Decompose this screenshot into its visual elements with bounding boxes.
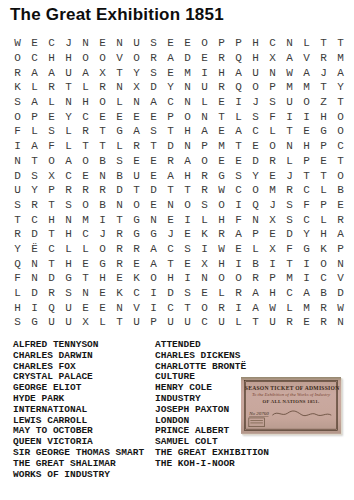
grid-cell: E <box>77 256 94 271</box>
grid-cell: O <box>94 51 111 66</box>
grid-cell: I <box>230 198 247 213</box>
grid-cell: L <box>298 36 315 51</box>
grid-cell: T <box>94 124 111 139</box>
grid-cell: A <box>162 51 179 66</box>
grid-cell: R <box>128 139 145 154</box>
grid-cell: S <box>145 65 162 80</box>
grid-cell: U <box>247 65 264 80</box>
grid-cell: E <box>111 109 128 124</box>
grid-cell: T <box>179 300 196 315</box>
grid-cell: R <box>94 80 111 95</box>
grid-cell: L <box>196 95 213 110</box>
grid-cell: N <box>111 198 128 213</box>
grid-cell: I <box>230 95 247 110</box>
grid-cell: T <box>9 212 26 227</box>
grid-cell: O <box>9 109 26 124</box>
grid-cell: K <box>9 80 26 95</box>
grid-cell: N <box>179 80 196 95</box>
grid-cell: E <box>298 124 315 139</box>
grid-cell: V <box>332 271 349 286</box>
grid-cell: L <box>247 242 264 257</box>
grid-cell: I <box>196 65 213 80</box>
grid-cell: C <box>26 212 43 227</box>
grid-cell: Z <box>315 95 332 110</box>
grid-cell: E <box>128 256 145 271</box>
grid-cell: N <box>77 286 94 301</box>
grid-cell: L <box>77 80 94 95</box>
grid-cell: T <box>111 212 128 227</box>
grid-cell: E <box>128 154 145 169</box>
ticket-subheading: To the Exhibition of the Works of Indust… <box>245 392 338 398</box>
grid-cell: W <box>264 300 281 315</box>
grid-cell: P <box>332 242 349 257</box>
grid-cell: T <box>281 256 298 271</box>
grid-cell: S <box>230 168 247 183</box>
grid-cell: A <box>162 168 179 183</box>
grid-cell: F <box>9 271 26 286</box>
grid-cell: U <box>60 65 77 80</box>
grid-cell: C <box>77 109 94 124</box>
ticket-border-frame: SEASON TICKET OF ADMISSION To the Exhibi… <box>244 380 338 431</box>
grid-cell: C <box>298 183 315 198</box>
grid-cell: E <box>94 286 111 301</box>
grid-cell: L <box>26 124 43 139</box>
grid-cell: H <box>43 212 60 227</box>
grid-cell: R <box>128 242 145 257</box>
grid-cell: J <box>60 36 77 51</box>
grid-cell: E <box>145 168 162 183</box>
grid-cell: N <box>145 212 162 227</box>
grid-cell: P <box>162 109 179 124</box>
grid-cell: N <box>332 315 349 330</box>
grid-cell: V <box>128 300 145 315</box>
grid-cell: C <box>26 51 43 66</box>
grid-cell: X <box>264 242 281 257</box>
grid-cell: X <box>264 212 281 227</box>
grid-cell: M <box>77 212 94 227</box>
grid-cell: D <box>179 51 196 66</box>
grid-cell: L <box>111 95 128 110</box>
grid-cell: L <box>9 286 26 301</box>
ticket-heading: SEASON TICKET OF ADMISSION <box>245 385 338 391</box>
grid-cell: I <box>145 286 162 301</box>
grid-cell: C <box>128 286 145 301</box>
grid-cell: O <box>128 51 145 66</box>
grid-cell: R <box>60 183 77 198</box>
grid-cell: C <box>43 36 60 51</box>
grid-cell: H <box>179 124 196 139</box>
grid-cell: U <box>128 315 145 330</box>
grid-cell: U <box>128 36 145 51</box>
grid-cell: D <box>43 271 60 286</box>
grid-cell: R <box>77 124 94 139</box>
grid-cell: K <box>315 242 332 257</box>
grid-cell: B <box>247 256 264 271</box>
grid-cell: N <box>196 109 213 124</box>
grid-cell: I <box>26 300 43 315</box>
grid-cell: A <box>247 300 264 315</box>
grid-cell: T <box>94 139 111 154</box>
grid-cell: D <box>26 286 43 301</box>
grid-cell: N <box>281 36 298 51</box>
grid-cell: J <box>315 65 332 80</box>
grid-cell: D <box>332 286 349 301</box>
grid-cell: R <box>9 227 26 242</box>
grid-cell: S <box>9 95 26 110</box>
grid-cell: T <box>179 183 196 198</box>
grid-cell: L <box>264 124 281 139</box>
grid-cell: N <box>196 271 213 286</box>
grid-cell: O <box>77 51 94 66</box>
grid-cell: W <box>9 36 26 51</box>
grid-cell: E <box>213 124 230 139</box>
grid-cell: P <box>315 198 332 213</box>
grid-cell: F <box>264 109 281 124</box>
grid-cell: C <box>43 242 60 257</box>
grid-cell: U <box>128 168 145 183</box>
word-search-worksheet: The Great Exhibition 1851 WECJNENUSEEOPP… <box>0 0 354 500</box>
grid-cell: O <box>145 271 162 286</box>
grid-cell: E <box>230 154 247 169</box>
grid-cell: N <box>128 95 145 110</box>
grid-cell: H <box>315 109 332 124</box>
grid-cell: M <box>213 139 230 154</box>
grid-cell: K <box>128 271 145 286</box>
grid-cell: A <box>179 154 196 169</box>
grid-cell: D <box>9 168 26 183</box>
grid-cell: I <box>298 271 315 286</box>
grid-cell: G <box>111 124 128 139</box>
grid-cell: R <box>94 183 111 198</box>
grid-cell: E <box>315 154 332 169</box>
grid-cell: Y <box>128 65 145 80</box>
grid-cell: H <box>43 51 60 66</box>
grid-cell: C <box>60 168 77 183</box>
grid-cell: A <box>332 65 349 80</box>
grid-cell: U <box>9 183 26 198</box>
grid-cell: S <box>179 242 196 257</box>
grid-cell: J <box>281 168 298 183</box>
grid-cell: T <box>26 154 43 169</box>
grid-cell: L <box>43 95 60 110</box>
grid-cell: E <box>332 198 349 213</box>
grid-cell: A <box>230 65 247 80</box>
grid-cell: M <box>332 51 349 66</box>
grid-cell: T <box>145 139 162 154</box>
grid-cell: R <box>196 183 213 198</box>
grid-cell: T <box>77 271 94 286</box>
grid-cell: E <box>145 109 162 124</box>
grid-cell: R <box>43 286 60 301</box>
grid-cell: I <box>298 256 315 271</box>
grid-cell: U <box>281 95 298 110</box>
grid-cell: E <box>213 154 230 169</box>
grid-cell: R <box>43 80 60 95</box>
grid-cell: T <box>230 139 247 154</box>
grid-cell: K <box>196 227 213 242</box>
grid-cell: H <box>60 256 77 271</box>
grid-cell: E <box>145 154 162 169</box>
grid-cell: M <box>179 65 196 80</box>
grid-cell: T <box>162 183 179 198</box>
grid-cell: D <box>26 227 43 242</box>
grid-cell: C <box>162 300 179 315</box>
grid-cell: T <box>332 154 349 169</box>
grid-cell: A <box>145 95 162 110</box>
grid-cell: R <box>213 80 230 95</box>
word-list-item: WORKS OF INDUSTRY <box>13 470 144 481</box>
grid-cell: H <box>264 286 281 301</box>
grid-cell: R <box>315 315 332 330</box>
grid-cell: N <box>264 65 281 80</box>
grid-cell: P <box>247 227 264 242</box>
grid-cell: T <box>281 124 298 139</box>
grid-cell: L <box>230 109 247 124</box>
grid-cell: T <box>298 168 315 183</box>
grid-cell: S <box>247 109 264 124</box>
grid-cell: H <box>213 65 230 80</box>
word-list-item: THE GREAT SHALIMAR <box>13 459 144 470</box>
grid-cell: R <box>247 271 264 286</box>
grid-cell: D <box>247 154 264 169</box>
grid-cell: M <box>281 80 298 95</box>
grid-cell: R <box>213 51 230 66</box>
grid-cell: E <box>43 109 60 124</box>
grid-cell: C <box>298 212 315 227</box>
grid-cell: P <box>264 80 281 95</box>
grid-cell: B <box>315 286 332 301</box>
grid-cell: A <box>230 227 247 242</box>
grid-cell: R <box>145 51 162 66</box>
grid-cell: O <box>196 36 213 51</box>
grid-cell: L <box>60 124 77 139</box>
grid-cell: A <box>43 65 60 80</box>
word-list-left-column: ALFRED TENNYSONCHARLES DARWINCHARLES FOX… <box>13 340 144 480</box>
grid-cell: O <box>332 168 349 183</box>
grid-cell: E <box>145 198 162 213</box>
grid-cell: L <box>213 286 230 301</box>
grid-cell: Q <box>230 51 247 66</box>
grid-cell: O <box>264 139 281 154</box>
grid-cell: E <box>111 271 128 286</box>
grid-cell: U <box>179 315 196 330</box>
grid-cell: O <box>94 242 111 257</box>
grid-cell: S <box>281 212 298 227</box>
grid-cell: C <box>77 227 94 242</box>
grid-cell: N <box>9 154 26 169</box>
grid-cell: W <box>213 183 230 198</box>
grid-cell: P <box>213 36 230 51</box>
grid-cell: X <box>94 65 111 80</box>
grid-cell: D <box>111 183 128 198</box>
grid-cell: W <box>213 242 230 257</box>
grid-cell: U <box>60 300 77 315</box>
grid-cell: Y <box>298 227 315 242</box>
grid-cell: H <box>162 271 179 286</box>
grid-cell: R <box>111 227 128 242</box>
grid-cell: X <box>43 168 60 183</box>
grid-cell: L <box>315 212 332 227</box>
grid-cell: J <box>94 227 111 242</box>
grid-cell: T <box>315 168 332 183</box>
grid-cell: J <box>162 227 179 242</box>
grid-cell: N <box>77 36 94 51</box>
grid-cell: P <box>26 109 43 124</box>
grid-cell: C <box>196 315 213 330</box>
grid-cell: O <box>230 271 247 286</box>
grid-cell: U <box>43 315 60 330</box>
grid-cell: D <box>281 227 298 242</box>
grid-cell: O <box>196 154 213 169</box>
grid-cell: O <box>332 124 349 139</box>
grid-cell: D <box>162 139 179 154</box>
grid-cell: H <box>213 256 230 271</box>
grid-cell: B <box>94 198 111 213</box>
grid-cell: C <box>281 286 298 301</box>
grid-cell: I <box>230 256 247 271</box>
grid-cell: O <box>179 198 196 213</box>
grid-cell: R <box>77 183 94 198</box>
grid-cell: H <box>60 227 77 242</box>
grid-cell: E <box>298 315 315 330</box>
word-list-item: CHARLES DARWIN <box>13 351 144 362</box>
grid-cell: I <box>9 139 26 154</box>
grid-cell: N <box>332 256 349 271</box>
grid-cell: S <box>145 36 162 51</box>
grid-cell: G <box>128 212 145 227</box>
grid-cell: E <box>196 286 213 301</box>
grid-cell: U <box>264 315 281 330</box>
signature-scrawl-icon <box>271 410 333 419</box>
grid-cell: A <box>298 65 315 80</box>
grid-cell: C <box>230 183 247 198</box>
grid-cell: A <box>230 124 247 139</box>
grid-cell: E <box>128 109 145 124</box>
grid-cell: R <box>332 212 349 227</box>
grid-cell: T <box>332 95 349 110</box>
word-search-grid: WECJNENUSEEOPPHCNLTTOCHHOOVORADERQHXAVRM… <box>9 36 349 330</box>
grid-cell: N <box>281 139 298 154</box>
grid-cell: T <box>60 80 77 95</box>
grid-cell: U <box>196 80 213 95</box>
grid-cell: G <box>315 124 332 139</box>
grid-cell: H <box>77 95 94 110</box>
season-ticket-image: SEASON TICKET OF ADMISSION To the Exhibi… <box>241 377 341 434</box>
grid-cell: O <box>315 256 332 271</box>
word-list-item: THE KOH-I-NOOR <box>155 459 269 470</box>
grid-cell: T <box>332 36 349 51</box>
grid-cell: Ë <box>26 242 43 257</box>
grid-cell: V <box>111 51 128 66</box>
grid-cell: F <box>9 124 26 139</box>
grid-cell: O <box>298 95 315 110</box>
grid-cell: O <box>128 198 145 213</box>
grid-cell: S <box>196 198 213 213</box>
grid-cell: O <box>213 198 230 213</box>
grid-cell: R <box>230 286 247 301</box>
grid-cell: J <box>264 198 281 213</box>
grid-cell: I <box>179 271 196 286</box>
grid-cell: B <box>94 154 111 169</box>
grid-cell: E <box>77 300 94 315</box>
grid-cell: S <box>9 315 26 330</box>
grid-cell: S <box>111 154 128 169</box>
grid-cell: L <box>60 242 77 257</box>
grid-cell: A <box>145 242 162 257</box>
grid-cell: S <box>145 124 162 139</box>
grid-cell: P <box>264 271 281 286</box>
grid-cell: E <box>94 36 111 51</box>
grid-cell: E <box>230 242 247 257</box>
grid-cell: F <box>298 198 315 213</box>
grid-cell: T <box>111 315 128 330</box>
grid-cell: G <box>94 256 111 271</box>
grid-cell: B <box>332 183 349 198</box>
grid-cell: I <box>145 300 162 315</box>
grid-cell: W <box>281 65 298 80</box>
grid-cell: D <box>145 183 162 198</box>
grid-cell: T <box>111 65 128 80</box>
grid-cell: S <box>60 198 77 213</box>
grid-cell: X <box>128 80 145 95</box>
grid-cell: H <box>298 139 315 154</box>
grid-cell: L <box>77 242 94 257</box>
grid-cell: A <box>128 124 145 139</box>
grid-cell: S <box>43 124 60 139</box>
ticket-number: No 20760 <box>249 411 269 417</box>
grid-cell: R <box>111 256 128 271</box>
grid-cell: A <box>60 154 77 169</box>
grid-cell: P <box>315 139 332 154</box>
grid-cell: A <box>26 65 43 80</box>
grid-cell: N <box>111 80 128 95</box>
grid-cell: P <box>196 139 213 154</box>
grid-cell: P <box>298 154 315 169</box>
grid-cell: Q <box>9 256 26 271</box>
grid-cell: Y <box>9 242 26 257</box>
grid-cell: R <box>26 198 43 213</box>
grid-cell: I <box>230 300 247 315</box>
grid-cell: A <box>332 227 349 242</box>
grid-cell: E <box>264 168 281 183</box>
grid-cell: I <box>94 212 111 227</box>
grid-cell: B <box>111 168 128 183</box>
grid-cell: Y <box>26 183 43 198</box>
grid-cell: A <box>196 124 213 139</box>
grid-cell: H <box>247 36 264 51</box>
grid-cell: L <box>315 183 332 198</box>
grid-cell: N <box>111 36 128 51</box>
grid-cell: R <box>111 242 128 257</box>
grid-cell: C <box>315 271 332 286</box>
grid-cell: T <box>128 183 145 198</box>
grid-cell: C <box>332 139 349 154</box>
grid-cell: R <box>281 315 298 330</box>
grid-cell: U <box>60 315 77 330</box>
grid-cell: T <box>213 109 230 124</box>
grid-cell: L <box>281 154 298 169</box>
grid-cell: M <box>298 80 315 95</box>
grid-cell: R <box>162 154 179 169</box>
grid-cell: A <box>281 51 298 66</box>
grid-cell: O <box>77 198 94 213</box>
grid-cell: E <box>179 256 196 271</box>
grid-cell: M <box>281 271 298 286</box>
grid-cell: F <box>281 242 298 257</box>
grid-cell: R <box>213 300 230 315</box>
grid-cell: N <box>179 95 196 110</box>
grid-cell: H <box>213 212 230 227</box>
